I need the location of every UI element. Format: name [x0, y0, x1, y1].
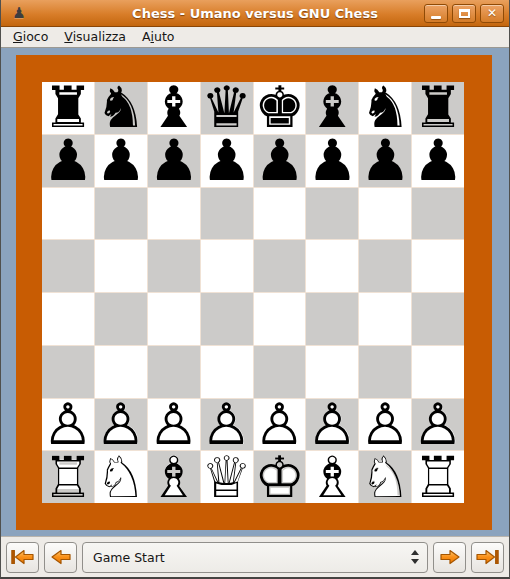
menu-visualizza[interactable]: Visualizza	[56, 27, 134, 47]
piece-white-knight-fill: ♞	[359, 451, 411, 503]
piece-white-queen-fill: ♛	[201, 451, 253, 503]
close-button[interactable]: ✕	[480, 4, 504, 23]
piece-white-pawn: ♙	[412, 399, 464, 451]
close-icon: ✕	[487, 7, 497, 19]
piece-white-pawn-fill: ♟	[201, 399, 253, 451]
piece-black-knight: ♞	[95, 82, 147, 134]
piece-white-bishop: ♗	[306, 451, 358, 503]
piece-white-pawn: ♙	[306, 399, 358, 451]
piece-black-pawn: ♟	[148, 135, 200, 187]
square-e2[interactable]: ♟♙	[254, 399, 306, 451]
square-g7[interactable]: ♟	[359, 135, 411, 187]
square-b4[interactable]	[95, 293, 147, 345]
piece-black-pawn: ♟	[306, 135, 358, 187]
square-c6[interactable]	[148, 188, 200, 240]
square-f5[interactable]	[306, 240, 358, 292]
square-g8[interactable]: ♞	[359, 82, 411, 134]
square-b8[interactable]: ♞	[95, 82, 147, 134]
piece-white-knight: ♘	[359, 451, 411, 503]
square-f8[interactable]: ♝	[306, 82, 358, 134]
last-move-arrow-icon	[476, 549, 499, 565]
piece-white-pawn-fill: ♟	[306, 399, 358, 451]
square-d2[interactable]: ♟♙	[201, 399, 253, 451]
square-e8[interactable]: ♚	[254, 82, 306, 134]
square-h7[interactable]: ♟	[412, 135, 464, 187]
square-a5[interactable]	[42, 240, 94, 292]
square-a4[interactable]	[42, 293, 94, 345]
square-g6[interactable]	[359, 188, 411, 240]
piece-white-pawn: ♙	[42, 399, 94, 451]
square-d6[interactable]	[201, 188, 253, 240]
square-d8[interactable]: ♛	[201, 82, 253, 134]
square-b5[interactable]	[95, 240, 147, 292]
go-next-button[interactable]	[433, 542, 466, 573]
square-f7[interactable]: ♟	[306, 135, 358, 187]
piece-white-knight: ♘	[95, 451, 147, 503]
square-e7[interactable]: ♟	[254, 135, 306, 187]
piece-white-rook: ♖	[412, 451, 464, 503]
square-a3[interactable]	[42, 346, 94, 398]
next-move-arrow-icon	[439, 549, 461, 565]
combo-spinner-icon[interactable]	[403, 550, 419, 564]
piece-black-queen: ♛	[201, 82, 253, 134]
board-background: ♜♞♝♛♚♝♞♜♟♟♟♟♟♟♟♟♟♙♟♙♟♙♟♙♟♙♟♙♟♙♟♙♜♖♞♘♝♗♛♕…	[1, 48, 509, 536]
square-c1[interactable]: ♝♗	[148, 451, 200, 503]
square-d3[interactable]	[201, 346, 253, 398]
piece-black-knight: ♞	[359, 82, 411, 134]
square-c2[interactable]: ♟♙	[148, 399, 200, 451]
piece-white-queen: ♕	[201, 451, 253, 503]
square-f2[interactable]: ♟♙	[306, 399, 358, 451]
piece-white-pawn: ♙	[359, 399, 411, 451]
go-first-button[interactable]	[6, 542, 39, 573]
square-g4[interactable]	[359, 293, 411, 345]
square-h4[interactable]	[412, 293, 464, 345]
piece-black-bishop: ♝	[306, 82, 358, 134]
square-d7[interactable]: ♟	[201, 135, 253, 187]
piece-white-pawn: ♙	[95, 399, 147, 451]
piece-white-rook-fill: ♜	[42, 451, 94, 503]
maximize-icon	[459, 9, 470, 18]
go-last-button[interactable]	[471, 542, 504, 573]
square-c7[interactable]: ♟	[148, 135, 200, 187]
piece-white-rook-fill: ♜	[412, 451, 464, 503]
piece-white-bishop-fill: ♝	[148, 451, 200, 503]
square-f1[interactable]: ♝♗	[306, 451, 358, 503]
piece-white-rook: ♖	[42, 451, 94, 503]
minimize-button[interactable]	[424, 4, 448, 23]
square-d4[interactable]	[201, 293, 253, 345]
chess-board: ♜♞♝♛♚♝♞♜♟♟♟♟♟♟♟♟♟♙♟♙♟♙♟♙♟♙♟♙♟♙♟♙♜♖♞♘♝♗♛♕…	[42, 82, 464, 503]
square-a8[interactable]: ♜	[42, 82, 94, 134]
square-d1[interactable]: ♛♕	[201, 451, 253, 503]
chess-window: ♟ Chess - Umano versus GNU Chess ✕ Gioco…	[0, 0, 510, 579]
piece-white-pawn-fill: ♟	[42, 399, 94, 451]
square-a1[interactable]: ♜♖	[42, 451, 94, 503]
piece-white-pawn-fill: ♟	[95, 399, 147, 451]
square-g1[interactable]: ♞♘	[359, 451, 411, 503]
piece-black-pawn: ♟	[42, 135, 94, 187]
square-b2[interactable]: ♟♙	[95, 399, 147, 451]
piece-white-pawn-fill: ♟	[254, 399, 306, 451]
square-h2[interactable]: ♟♙	[412, 399, 464, 451]
square-f4[interactable]	[306, 293, 358, 345]
maximize-button[interactable]	[452, 4, 476, 23]
piece-black-bishop: ♝	[148, 82, 200, 134]
square-b3[interactable]	[95, 346, 147, 398]
piece-black-pawn: ♟	[254, 135, 306, 187]
piece-white-pawn: ♙	[148, 399, 200, 451]
square-f6[interactable]	[306, 188, 358, 240]
square-e4[interactable]	[254, 293, 306, 345]
piece-black-pawn: ♟	[95, 135, 147, 187]
square-a7[interactable]: ♟	[42, 135, 94, 187]
square-f3[interactable]	[306, 346, 358, 398]
square-c3[interactable]	[148, 346, 200, 398]
menu-aiuto[interactable]: Aiuto	[134, 27, 183, 47]
square-h8[interactable]: ♜	[412, 82, 464, 134]
square-h1[interactable]: ♜♖	[412, 451, 464, 503]
square-e3[interactable]	[254, 346, 306, 398]
square-b7[interactable]: ♟	[95, 135, 147, 187]
square-h3[interactable]	[412, 346, 464, 398]
square-a2[interactable]: ♟♙	[42, 399, 94, 451]
square-h5[interactable]	[412, 240, 464, 292]
square-e6[interactable]	[254, 188, 306, 240]
square-b1[interactable]: ♞♘	[95, 451, 147, 503]
square-h6[interactable]	[412, 188, 464, 240]
menu-gioco[interactable]: Gioco	[5, 27, 56, 47]
piece-white-king: ♔	[254, 451, 306, 503]
history-toolbar: Game Start	[1, 536, 509, 577]
square-g3[interactable]	[359, 346, 411, 398]
piece-white-pawn-fill: ♟	[412, 399, 464, 451]
piece-black-king: ♚	[254, 82, 306, 134]
piece-black-pawn: ♟	[201, 135, 253, 187]
square-c5[interactable]	[148, 240, 200, 292]
piece-white-pawn: ♙	[254, 399, 306, 451]
piece-white-knight-fill: ♞	[95, 451, 147, 503]
menubar: GiocoVisualizzaAiuto	[1, 27, 509, 48]
previous-move-arrow-icon	[50, 549, 72, 565]
chess-pawn-icon: ♟	[10, 4, 28, 22]
square-c8[interactable]: ♝	[148, 82, 200, 134]
square-a6[interactable]	[42, 188, 94, 240]
square-b6[interactable]	[95, 188, 147, 240]
spinner-up-icon	[411, 550, 419, 555]
square-c4[interactable]	[148, 293, 200, 345]
spinner-down-icon	[411, 559, 419, 564]
titlebar: ♟ Chess - Umano versus GNU Chess ✕	[1, 0, 509, 27]
piece-black-pawn: ♟	[359, 135, 411, 187]
piece-black-rook: ♜	[42, 82, 94, 134]
piece-white-king-fill: ♚	[254, 451, 306, 503]
move-history-combo[interactable]: Game Start	[82, 542, 428, 573]
square-g2[interactable]: ♟♙	[359, 399, 411, 451]
piece-white-bishop: ♗	[148, 451, 200, 503]
go-previous-button[interactable]	[44, 542, 77, 573]
piece-white-pawn-fill: ♟	[359, 399, 411, 451]
square-e5[interactable]	[254, 240, 306, 292]
move-history-value: Game Start	[93, 550, 165, 565]
piece-black-pawn: ♟	[412, 135, 464, 187]
piece-white-pawn: ♙	[201, 399, 253, 451]
minimize-icon	[431, 16, 441, 19]
square-g5[interactable]	[359, 240, 411, 292]
piece-white-pawn-fill: ♟	[148, 399, 200, 451]
board-frame: ♜♞♝♛♚♝♞♜♟♟♟♟♟♟♟♟♟♙♟♙♟♙♟♙♟♙♟♙♟♙♟♙♜♖♞♘♝♗♛♕…	[16, 55, 492, 530]
first-move-arrow-icon	[11, 549, 34, 565]
piece-white-bishop-fill: ♝	[306, 451, 358, 503]
square-e1[interactable]: ♚♔	[254, 451, 306, 503]
piece-black-rook: ♜	[412, 82, 464, 134]
square-d5[interactable]	[201, 240, 253, 292]
